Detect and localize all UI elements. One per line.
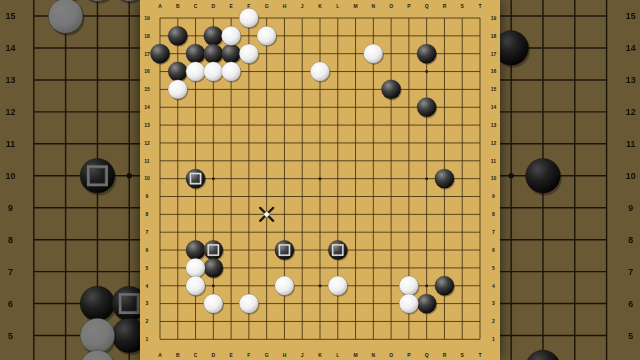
row-label-left: 11 (144, 158, 150, 164)
row-label-right: 1 (492, 336, 495, 342)
row-label-right: 2 (492, 318, 495, 324)
row-label-right: 12 (491, 140, 497, 146)
row-label-left: 11 (6, 139, 15, 149)
row-label-right: 8 (492, 211, 495, 217)
col-label-top: M (353, 3, 357, 9)
row-label-left: 19 (144, 15, 150, 21)
row-label-right: 19 (491, 15, 497, 21)
row-label-right: 9 (628, 203, 633, 213)
col-label-top: R (443, 3, 447, 9)
col-label-top: H (283, 3, 287, 9)
row-label-left: 15 (144, 86, 150, 92)
col-label-bottom: M (353, 352, 357, 358)
col-label-top: O (389, 3, 393, 9)
row-label-left: 7 (8, 267, 13, 277)
go-board[interactable]: AABBCCDDEEFFGGHHJJKKLLMMNNOOPPQQRRSSTT19… (140, 0, 500, 360)
row-label-right: 13 (626, 75, 636, 85)
col-label-top: T (478, 3, 481, 9)
row-label-left: 13 (6, 75, 16, 85)
row-label-left: 9 (146, 193, 149, 199)
row-label-left: 6 (146, 247, 149, 253)
row-label-left: 4 (146, 283, 149, 289)
row-label-left: 13 (144, 122, 150, 128)
col-label-bottom: C (194, 352, 198, 358)
row-label-left: 6 (8, 299, 13, 309)
row-label-right: 13 (491, 122, 497, 128)
col-label-bottom: F (247, 352, 250, 358)
row-label-right: 14 (491, 104, 497, 110)
row-label-left: 17 (144, 51, 150, 57)
col-label-top: L (336, 3, 339, 9)
row-label-right: 4 (492, 283, 495, 289)
row-label-left: 7 (146, 229, 149, 235)
row-label-left: 10 (144, 175, 150, 181)
col-label-bottom: K (318, 352, 322, 358)
row-label-left: 18 (144, 33, 150, 39)
row-label-right: 11 (491, 158, 497, 164)
row-label-right: 7 (628, 267, 633, 277)
col-label-top: F (247, 3, 250, 9)
row-label-right: 14 (626, 43, 636, 53)
row-label-right: 10 (626, 171, 636, 181)
row-label-left: 1 (146, 336, 149, 342)
row-label-right: 15 (491, 86, 497, 92)
col-label-bottom: J (301, 352, 304, 358)
row-label-left: 5 (146, 265, 149, 271)
row-label-right: 5 (628, 331, 633, 341)
row-label-right: 18 (491, 33, 497, 39)
row-label-left: 16 (144, 68, 150, 74)
col-label-top: G (265, 3, 269, 9)
col-label-bottom: L (336, 352, 339, 358)
row-label-left: 8 (146, 211, 149, 217)
col-label-bottom: Q (425, 352, 429, 358)
row-label-right: 5 (492, 265, 495, 271)
row-label-right: 16 (491, 68, 497, 74)
col-label-bottom: A (158, 352, 162, 358)
go-app-window: AABBCCDDEEFFGGHHJJKKLLMMNNOOPPQQRRSSTT19… (0, 0, 640, 360)
row-label-left: 2 (146, 318, 149, 324)
col-label-bottom: B (176, 352, 180, 358)
row-label-right: 8 (628, 235, 633, 245)
row-label-right: 9 (492, 193, 495, 199)
row-label-left: 12 (144, 140, 150, 146)
row-label-right: 6 (492, 247, 495, 253)
col-label-top: K (318, 3, 322, 9)
col-label-bottom: T (478, 352, 481, 358)
col-label-top: D (212, 3, 216, 9)
row-label-right: 11 (626, 139, 635, 149)
row-label-left: 3 (146, 300, 149, 306)
col-label-top: N (372, 3, 376, 9)
col-label-top: A (158, 3, 162, 9)
row-label-left: 8 (8, 235, 13, 245)
col-label-bottom: R (443, 352, 447, 358)
row-label-right: 17 (491, 51, 497, 57)
row-label-left: 14 (144, 104, 150, 110)
col-label-bottom: G (265, 352, 269, 358)
col-label-bottom: O (389, 352, 393, 358)
row-label-right: 10 (491, 175, 497, 181)
col-label-bottom: D (212, 352, 216, 358)
row-label-right: 12 (626, 107, 636, 117)
row-label-right: 15 (626, 11, 636, 21)
col-label-top: J (301, 3, 304, 9)
row-label-right: 3 (492, 300, 495, 306)
col-label-top: B (176, 3, 180, 9)
main-board-panel[interactable]: AABBCCDDEEFFGGHHJJKKLLMMNNOOPPQQRRSSTT19… (140, 0, 500, 360)
col-label-bottom: N (372, 352, 376, 358)
row-label-left: 5 (8, 331, 13, 341)
col-label-top: C (194, 3, 198, 9)
row-label-right: 7 (492, 229, 495, 235)
row-label-left: 12 (6, 107, 16, 117)
col-label-bottom: H (283, 352, 287, 358)
row-label-right: 6 (628, 299, 633, 309)
row-label-left: 10 (6, 171, 16, 181)
row-label-left: 14 (6, 43, 16, 53)
row-label-left: 15 (6, 11, 16, 21)
col-label-top: Q (425, 3, 429, 9)
row-label-left: 9 (8, 203, 13, 213)
